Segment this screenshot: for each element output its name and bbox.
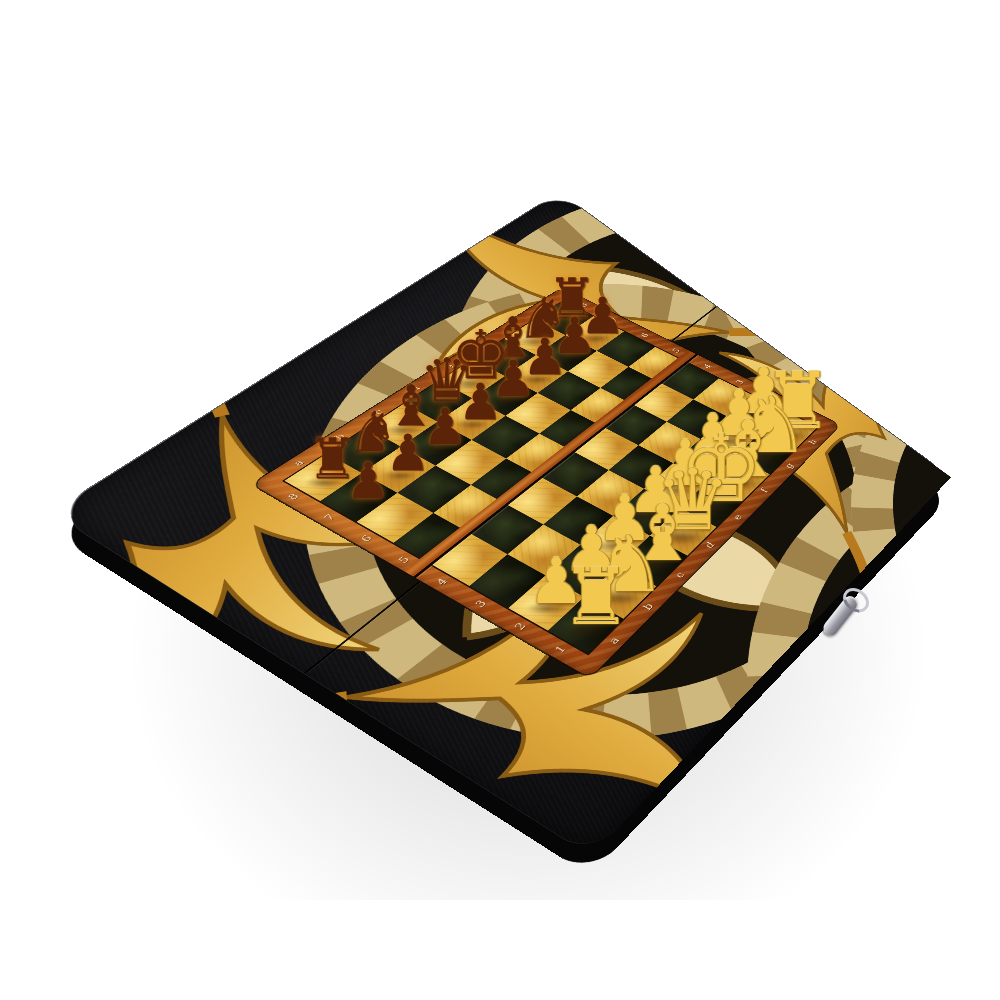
piece-white-rook-a1[interactable]: ♜ xyxy=(561,558,631,636)
pieces-layer: ♜♞♝♛♚♝♞♜♟♟♟♟♟♟♟♟♟♟♟♟♟♟♟♟♜♞♝♛♚♝♞♜ xyxy=(0,0,1000,1000)
photo-canvas: 8877665544332211aabbccddeeffgghh ♜♞♝♛♚♝♞… xyxy=(0,0,1000,1000)
piece-black-pawn-a7[interactable]: ♟ xyxy=(346,456,391,506)
piece-black-pawn-b7[interactable]: ♟ xyxy=(385,428,430,478)
